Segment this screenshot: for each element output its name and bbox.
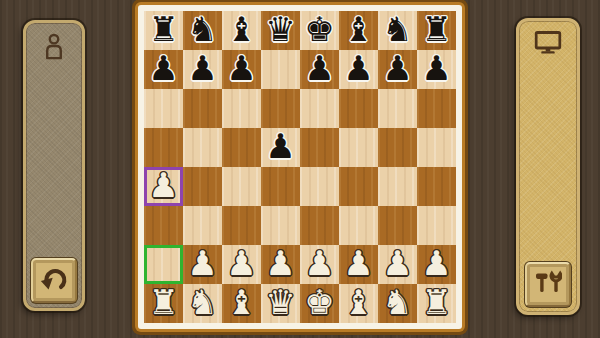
square-e2[interactable]: ♟ — [300, 245, 339, 284]
square-b3[interactable] — [183, 206, 222, 245]
black-p-piece: ♟ — [343, 49, 373, 88]
square-b4[interactable] — [183, 167, 222, 206]
square-e8[interactable]: ♚ — [300, 11, 339, 50]
square-a4[interactable]: ♟ — [144, 167, 183, 206]
square-c1[interactable]: ♝ — [222, 284, 261, 323]
square-f4[interactable] — [339, 167, 378, 206]
white-p-piece: ♟ — [265, 244, 295, 283]
square-e3[interactable] — [300, 206, 339, 245]
undo-icon — [39, 264, 69, 297]
square-h5[interactable] — [417, 128, 456, 167]
square-g7[interactable]: ♟ — [378, 50, 417, 89]
square-d6[interactable] — [261, 89, 300, 128]
white-p-piece: ♟ — [187, 244, 217, 283]
square-c3[interactable] — [222, 206, 261, 245]
square-a8[interactable]: ♜ — [144, 11, 183, 50]
white-r-piece: ♜ — [421, 283, 451, 322]
black-p-piece: ♟ — [265, 127, 295, 166]
white-b-piece: ♝ — [226, 283, 256, 322]
square-b6[interactable] — [183, 89, 222, 128]
square-h2[interactable]: ♟ — [417, 245, 456, 284]
square-h4[interactable] — [417, 167, 456, 206]
square-g4[interactable] — [378, 167, 417, 206]
white-q-piece: ♛ — [265, 283, 295, 322]
square-h6[interactable] — [417, 89, 456, 128]
square-a3[interactable] — [144, 206, 183, 245]
white-p-piece: ♟ — [343, 244, 373, 283]
person-icon — [43, 33, 65, 64]
human-player-panel — [23, 20, 85, 311]
white-b-piece: ♝ — [343, 283, 373, 322]
square-g3[interactable] — [378, 206, 417, 245]
square-h8[interactable]: ♜ — [417, 11, 456, 50]
square-b8[interactable]: ♞ — [183, 11, 222, 50]
undo-button[interactable] — [31, 258, 77, 303]
black-r-piece: ♜ — [148, 10, 178, 49]
square-f5[interactable] — [339, 128, 378, 167]
black-n-piece: ♞ — [187, 10, 217, 49]
square-d1[interactable]: ♛ — [261, 284, 300, 323]
square-c7[interactable]: ♟ — [222, 50, 261, 89]
white-k-piece: ♚ — [304, 283, 334, 322]
square-d8[interactable]: ♛ — [261, 11, 300, 50]
square-f3[interactable] — [339, 206, 378, 245]
square-a5[interactable] — [144, 128, 183, 167]
square-d5[interactable]: ♟ — [261, 128, 300, 167]
square-b1[interactable]: ♞ — [183, 284, 222, 323]
square-h7[interactable]: ♟ — [417, 50, 456, 89]
chess-board-frame: ♜♞♝♛♚♝♞♜♟♟♟♟♟♟♟♟♟♟♟♟♟♟♟♟♜♞♝♛♚♝♞♜ — [138, 5, 462, 329]
black-b-piece: ♝ — [226, 10, 256, 49]
black-p-piece: ♟ — [187, 49, 217, 88]
white-p-piece: ♟ — [382, 244, 412, 283]
black-q-piece: ♛ — [265, 10, 295, 49]
black-p-piece: ♟ — [382, 49, 412, 88]
square-e4[interactable] — [300, 167, 339, 206]
white-n-piece: ♞ — [187, 283, 217, 322]
settings-button[interactable] — [525, 262, 571, 307]
square-b2[interactable]: ♟ — [183, 245, 222, 284]
white-r-piece: ♜ — [148, 283, 178, 322]
white-p-piece: ♟ — [148, 166, 178, 205]
square-b7[interactable]: ♟ — [183, 50, 222, 89]
square-g1[interactable]: ♞ — [378, 284, 417, 323]
square-h3[interactable] — [417, 206, 456, 245]
square-f1[interactable]: ♝ — [339, 284, 378, 323]
black-n-piece: ♞ — [382, 10, 412, 49]
square-g6[interactable] — [378, 89, 417, 128]
square-f8[interactable]: ♝ — [339, 11, 378, 50]
black-p-piece: ♟ — [226, 49, 256, 88]
computer-player-panel — [516, 18, 580, 315]
square-g2[interactable]: ♟ — [378, 245, 417, 284]
white-n-piece: ♞ — [382, 283, 412, 322]
square-a2[interactable] — [144, 245, 183, 284]
square-e6[interactable] — [300, 89, 339, 128]
square-f2[interactable]: ♟ — [339, 245, 378, 284]
square-c8[interactable]: ♝ — [222, 11, 261, 50]
tools-icon — [534, 269, 562, 300]
square-a1[interactable]: ♜ — [144, 284, 183, 323]
square-f6[interactable] — [339, 89, 378, 128]
square-a7[interactable]: ♟ — [144, 50, 183, 89]
square-g8[interactable]: ♞ — [378, 11, 417, 50]
square-d7[interactable] — [261, 50, 300, 89]
black-r-piece: ♜ — [421, 10, 451, 49]
square-c6[interactable] — [222, 89, 261, 128]
black-p-piece: ♟ — [148, 49, 178, 88]
square-e7[interactable]: ♟ — [300, 50, 339, 89]
square-c4[interactable] — [222, 167, 261, 206]
white-p-piece: ♟ — [304, 244, 334, 283]
chess-board: ♜♞♝♛♚♝♞♜♟♟♟♟♟♟♟♟♟♟♟♟♟♟♟♟♜♞♝♛♚♝♞♜ — [144, 11, 456, 323]
square-g5[interactable] — [378, 128, 417, 167]
white-p-piece: ♟ — [226, 244, 256, 283]
monitor-icon — [535, 31, 562, 58]
black-k-piece: ♚ — [304, 10, 334, 49]
square-e5[interactable] — [300, 128, 339, 167]
black-p-piece: ♟ — [421, 49, 451, 88]
square-c5[interactable] — [222, 128, 261, 167]
square-d4[interactable] — [261, 167, 300, 206]
square-f7[interactable]: ♟ — [339, 50, 378, 89]
white-p-piece: ♟ — [421, 244, 451, 283]
square-c2[interactable]: ♟ — [222, 245, 261, 284]
square-d2[interactable]: ♟ — [261, 245, 300, 284]
square-b5[interactable] — [183, 128, 222, 167]
black-p-piece: ♟ — [304, 49, 334, 88]
black-b-piece: ♝ — [343, 10, 373, 49]
square-e1[interactable]: ♚ — [300, 284, 339, 323]
square-a6[interactable] — [144, 89, 183, 128]
square-d3[interactable] — [261, 206, 300, 245]
square-h1[interactable]: ♜ — [417, 284, 456, 323]
